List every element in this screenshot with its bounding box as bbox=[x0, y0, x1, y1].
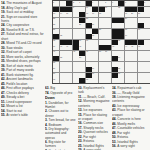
clue-number: 23. bbox=[78, 139, 83, 143]
grid-cell[interactable]: 27 bbox=[92, 23, 98, 28]
grid-cell[interactable] bbox=[125, 67, 131, 72]
grid-cell[interactable] bbox=[138, 62, 144, 67]
black-cell bbox=[66, 7, 72, 12]
clue-number: 27. bbox=[1, 32, 6, 36]
grid-cell[interactable]: 49 bbox=[86, 51, 92, 56]
grid-cell[interactable]: 24 bbox=[125, 18, 131, 23]
grid-cell[interactable] bbox=[144, 56, 150, 61]
down-clues-column-2: 10. Replacement's task11. — Beach, Calif… bbox=[78, 86, 110, 150]
grid-cell[interactable] bbox=[131, 18, 137, 23]
clue-number: 14. bbox=[1, 1, 6, 5]
grid-cell[interactable] bbox=[99, 67, 105, 72]
grid-cell[interactable] bbox=[112, 7, 118, 12]
clue-number: 53. bbox=[112, 139, 117, 143]
grid-cell[interactable] bbox=[105, 73, 111, 78]
grid-cell[interactable] bbox=[144, 73, 150, 78]
grid-cell[interactable]: 21 bbox=[138, 12, 144, 17]
clue-number: 5. bbox=[45, 127, 49, 131]
grid-cell[interactable]: 35 bbox=[53, 40, 59, 45]
cell-number: 60 bbox=[92, 72, 94, 74]
grid-cell[interactable] bbox=[73, 62, 79, 67]
grid-cell[interactable] bbox=[144, 40, 150, 45]
grid-cell[interactable] bbox=[66, 56, 72, 61]
clue-number: 47. bbox=[1, 90, 6, 94]
cell-number: 32 bbox=[60, 34, 62, 36]
grid-cell[interactable] bbox=[66, 73, 72, 78]
clue-number: 36. bbox=[112, 91, 117, 95]
grid-cell[interactable] bbox=[92, 45, 98, 50]
grid-cell[interactable] bbox=[99, 56, 105, 61]
cell-number: 49 bbox=[86, 50, 88, 52]
grid-cell[interactable] bbox=[144, 7, 150, 12]
grid-cell[interactable] bbox=[105, 29, 111, 34]
cell-number: 36 bbox=[79, 39, 81, 41]
grid-cell[interactable] bbox=[66, 78, 72, 83]
grid-cell[interactable] bbox=[60, 1, 66, 6]
cell-number: 7 bbox=[125, 1, 126, 3]
clue-number: 52. bbox=[1, 104, 6, 108]
grid-cell[interactable] bbox=[138, 78, 144, 83]
black-cell bbox=[112, 73, 118, 78]
grid-cell[interactable]: 38 bbox=[118, 40, 124, 45]
grid-cell[interactable] bbox=[112, 62, 118, 67]
grid-cell[interactable]: 43 bbox=[112, 45, 118, 50]
grid-cell[interactable]: 54 bbox=[118, 56, 124, 61]
cell-number: 27 bbox=[92, 23, 94, 25]
cell-number: 51 bbox=[105, 50, 107, 52]
clue-number: 40. bbox=[112, 104, 117, 108]
black-cell bbox=[79, 78, 85, 83]
grid-cell[interactable] bbox=[99, 1, 105, 6]
grid-cell[interactable] bbox=[144, 45, 150, 50]
grid-cell[interactable] bbox=[86, 56, 92, 61]
black-cell bbox=[112, 18, 118, 23]
grid-cell[interactable] bbox=[118, 23, 124, 28]
grid-cell[interactable]: 29 bbox=[99, 29, 105, 34]
black-cell bbox=[138, 40, 144, 45]
clue-number: 38. bbox=[112, 95, 117, 99]
clue: 28. Mixed TV-and-CD record bbox=[1, 41, 44, 45]
clue-number: 24. bbox=[1, 23, 6, 27]
grid-cell[interactable] bbox=[144, 51, 150, 56]
grid-cell[interactable]: 42 bbox=[79, 45, 85, 50]
cell-number: 16 bbox=[86, 12, 88, 14]
clue-number: 15. bbox=[78, 112, 83, 116]
cell-number: 44 bbox=[125, 45, 127, 47]
cell-number: 9 bbox=[73, 6, 74, 8]
grid-cell[interactable] bbox=[92, 40, 98, 45]
grid-cell[interactable] bbox=[73, 78, 79, 83]
crossword-page: 1234567891011121314151617181920212223242… bbox=[0, 0, 150, 150]
grid-cell[interactable] bbox=[105, 67, 111, 72]
grid-cell[interactable]: 7 bbox=[125, 1, 131, 6]
black-cell bbox=[66, 1, 72, 6]
clue-number: 30. bbox=[1, 45, 6, 49]
grid-cell[interactable]: 15 bbox=[66, 12, 72, 17]
grid-cell[interactable] bbox=[131, 78, 137, 83]
clue: 1. Dandelion, for Hamlet bbox=[45, 100, 76, 108]
grid-cell[interactable] bbox=[144, 62, 150, 67]
grid-cell[interactable] bbox=[138, 67, 144, 72]
grid-cell[interactable]: 62 bbox=[53, 78, 59, 83]
grid-cell[interactable] bbox=[144, 67, 150, 72]
cell-number: 55 bbox=[53, 61, 55, 63]
grid-cell[interactable] bbox=[73, 29, 79, 34]
across-tail-and-down-column: 63. Big74. Opposite of proDown1. Dandeli… bbox=[45, 86, 76, 150]
grid-cell[interactable] bbox=[125, 51, 131, 56]
cell-number: 12 bbox=[118, 6, 120, 8]
clue: 47. Countable vehicles bbox=[112, 126, 149, 130]
grid-cell[interactable] bbox=[131, 29, 137, 34]
cell-number: 62 bbox=[53, 78, 55, 80]
cell-number: 57 bbox=[92, 67, 94, 69]
down-clues-start-list: 63. Big74. Opposite of proDown1. Dandeli… bbox=[45, 86, 76, 150]
grid-cell[interactable] bbox=[144, 18, 150, 23]
clue-number: 7. bbox=[45, 148, 49, 150]
grid-cell[interactable] bbox=[144, 12, 150, 17]
grid-cell[interactable] bbox=[131, 51, 137, 56]
clue-number: 10. bbox=[78, 86, 83, 90]
black-cell bbox=[131, 40, 137, 45]
clue-number: 74. bbox=[45, 91, 50, 95]
grid-cell[interactable] bbox=[60, 23, 66, 28]
grid-cell[interactable]: 48 bbox=[73, 51, 79, 56]
grid-cell[interactable]: 50 bbox=[99, 51, 105, 56]
grid-cell[interactable]: 31 bbox=[138, 29, 144, 34]
black-cell bbox=[92, 7, 98, 12]
clue-number: 54. bbox=[1, 108, 6, 112]
clue: 29. A sorry sight bbox=[78, 148, 110, 150]
clue: 21. Sign on vacated store fronts bbox=[1, 15, 44, 23]
clue-number: 51. bbox=[1, 99, 6, 103]
clue-number: 29. bbox=[78, 148, 83, 150]
grid-cell[interactable] bbox=[99, 78, 105, 83]
cell-number: 14 bbox=[60, 12, 62, 14]
clue-number: 43. bbox=[112, 108, 117, 112]
grid-cell[interactable] bbox=[79, 7, 85, 12]
grid-cell[interactable] bbox=[60, 67, 66, 72]
grid-cell[interactable] bbox=[118, 45, 124, 50]
cell-number: 39 bbox=[53, 45, 55, 47]
grid-cell[interactable] bbox=[86, 29, 92, 34]
grid-cell[interactable] bbox=[79, 29, 85, 34]
grid-cell[interactable]: 4 bbox=[92, 1, 98, 6]
grid-cell[interactable] bbox=[99, 73, 105, 78]
grid-cell[interactable] bbox=[131, 1, 137, 6]
grid-cell[interactable] bbox=[79, 62, 85, 67]
grid-cell[interactable] bbox=[105, 12, 111, 17]
clue-number: 25. bbox=[78, 144, 83, 148]
clue-number: 49. bbox=[1, 95, 6, 99]
grid-cell[interactable] bbox=[79, 73, 85, 78]
grid-cell[interactable] bbox=[73, 12, 79, 17]
clue-number: 4. bbox=[45, 122, 49, 126]
grid-cell[interactable] bbox=[92, 18, 98, 23]
clue: 5. Dry biography: automated and operas bbox=[45, 127, 76, 140]
grid-cell[interactable]: 32 bbox=[60, 34, 66, 39]
grid-cell[interactable]: 61 bbox=[118, 73, 124, 78]
grid-cell[interactable] bbox=[138, 73, 144, 78]
grid-cell[interactable] bbox=[60, 29, 66, 34]
cell-number: 52 bbox=[60, 56, 62, 58]
cell-number: 53 bbox=[79, 56, 81, 58]
grid-cell[interactable] bbox=[60, 51, 66, 56]
grid-cell[interactable] bbox=[60, 78, 66, 83]
grid-cell[interactable]: 12 bbox=[118, 7, 124, 12]
grid-cell[interactable]: 60 bbox=[92, 73, 98, 78]
grid-cell[interactable] bbox=[105, 23, 111, 28]
cell-number: 17 bbox=[92, 12, 94, 14]
grid-cell[interactable] bbox=[66, 62, 72, 67]
grid-cell[interactable]: 9 bbox=[73, 7, 79, 12]
clue-number: 45. bbox=[1, 81, 6, 85]
grid-cell[interactable]: 23 bbox=[86, 18, 92, 23]
grid-cell[interactable] bbox=[105, 34, 111, 39]
grid-cell[interactable] bbox=[73, 56, 79, 61]
grid-cell[interactable]: 26 bbox=[79, 23, 85, 28]
grid-cell[interactable] bbox=[112, 23, 118, 28]
black-cell bbox=[86, 23, 92, 28]
cell-number: 10 bbox=[86, 6, 88, 8]
grid-cell[interactable] bbox=[86, 62, 92, 67]
grid-cell[interactable] bbox=[138, 34, 144, 39]
grid-cell[interactable] bbox=[105, 18, 111, 23]
grid-cell[interactable] bbox=[79, 67, 85, 72]
grid-cell[interactable] bbox=[60, 18, 66, 23]
grid-cell[interactable] bbox=[125, 62, 131, 67]
grid-cell[interactable] bbox=[144, 29, 150, 34]
cell-number: 41 bbox=[66, 45, 68, 47]
grid-cell[interactable]: 41 bbox=[66, 45, 72, 50]
grid-cell[interactable]: 28 bbox=[53, 29, 59, 34]
clue-number: 50. bbox=[112, 135, 117, 139]
clue-number: 2. bbox=[45, 109, 49, 113]
grid-cell[interactable] bbox=[105, 62, 111, 67]
clue-number: 46. bbox=[112, 121, 117, 125]
down-clues-end-list: 34. Repairman's cab36. —, Ready Gold38. … bbox=[112, 86, 149, 148]
across-clues-list: 14. The mountains of August18. Alley Oop… bbox=[1, 1, 44, 117]
black-cell bbox=[60, 40, 66, 45]
grid-cell[interactable]: 11 bbox=[105, 7, 111, 12]
cell-number: 33 bbox=[92, 34, 94, 36]
grid-cell[interactable] bbox=[131, 67, 137, 72]
black-cell bbox=[138, 7, 144, 12]
black-cell bbox=[125, 7, 131, 12]
clue: 43. Place for skating or croquet bbox=[112, 108, 149, 116]
grid-cell[interactable]: 6 bbox=[112, 1, 118, 6]
clue: 10. Replacement's task bbox=[78, 86, 110, 94]
grid-cell[interactable]: 59 bbox=[53, 73, 59, 78]
clue-number: 46. bbox=[1, 86, 6, 90]
black-cell bbox=[125, 40, 131, 45]
grid-cell[interactable]: 18 bbox=[99, 12, 105, 17]
grid-cell[interactable]: 8 bbox=[144, 1, 150, 6]
clue: 6. Big state for farmers bbox=[45, 140, 76, 148]
grid-cell[interactable] bbox=[92, 78, 98, 83]
grid-cell[interactable] bbox=[105, 56, 111, 61]
grid-cell[interactable] bbox=[125, 73, 131, 78]
black-cell bbox=[131, 7, 137, 12]
grid-cell[interactable] bbox=[99, 34, 105, 39]
grid-cell[interactable] bbox=[66, 23, 72, 28]
black-cell bbox=[112, 29, 118, 34]
grid-cell[interactable]: 53 bbox=[79, 56, 85, 61]
grid-cell[interactable] bbox=[73, 67, 79, 72]
black-cell bbox=[118, 18, 124, 23]
clue-number: 21. bbox=[1, 15, 6, 19]
grid-cell[interactable]: 22 bbox=[53, 18, 59, 23]
down-clues-mid-list: 10. Replacement's task11. — Beach, Calif… bbox=[78, 86, 110, 150]
clue-number: 11. bbox=[78, 95, 83, 99]
clue-number: 55. bbox=[1, 113, 6, 117]
grid-cell[interactable] bbox=[73, 34, 79, 39]
grid-cell[interactable] bbox=[112, 78, 118, 83]
cell-number: 15 bbox=[66, 12, 68, 14]
grid-cell[interactable] bbox=[66, 67, 72, 72]
clue: 3. Torn bread, for one bbox=[45, 118, 76, 122]
grid-cell[interactable] bbox=[125, 56, 131, 61]
grid-cell[interactable] bbox=[118, 62, 124, 67]
clue-number: 19. bbox=[1, 10, 6, 14]
clue: 56. A sorry sight bbox=[112, 144, 149, 148]
grid-cell[interactable]: 47 bbox=[53, 51, 59, 56]
grid-cell[interactable] bbox=[131, 73, 137, 78]
cell-number: 19 bbox=[125, 12, 127, 14]
grid-cell[interactable] bbox=[105, 78, 111, 83]
grid-cell[interactable] bbox=[99, 40, 105, 45]
clue-number: 20. bbox=[78, 130, 83, 134]
grid-cell[interactable] bbox=[112, 12, 118, 17]
grid-cell[interactable] bbox=[144, 23, 150, 28]
grid-cell[interactable] bbox=[112, 51, 118, 56]
grid-cell[interactable] bbox=[92, 56, 98, 61]
clue-number: 34. bbox=[112, 86, 117, 90]
grid-cell[interactable] bbox=[125, 78, 131, 83]
cell-number: 28 bbox=[53, 28, 55, 30]
black-cell bbox=[53, 7, 59, 12]
grid-cell[interactable]: 52 bbox=[60, 56, 66, 61]
grid-cell[interactable] bbox=[60, 62, 66, 67]
black-cell bbox=[118, 29, 124, 34]
grid-cell[interactable]: 46 bbox=[138, 45, 144, 50]
grid-cell[interactable] bbox=[73, 18, 79, 23]
grid-cell[interactable]: 30 bbox=[125, 29, 131, 34]
black-cell bbox=[79, 12, 85, 17]
grid-cell[interactable] bbox=[60, 73, 66, 78]
cell-number: 56 bbox=[53, 67, 55, 69]
black-cell bbox=[79, 18, 85, 23]
grid-cell[interactable]: 37 bbox=[86, 40, 92, 45]
clue: 7. Cambridge's "newest away" bbox=[45, 148, 76, 150]
clue-number: 26. bbox=[1, 28, 6, 32]
grid-cell[interactable] bbox=[138, 51, 144, 56]
grid-cell[interactable] bbox=[118, 12, 124, 17]
grid-cell[interactable] bbox=[99, 18, 105, 23]
grid-cell[interactable] bbox=[73, 73, 79, 78]
black-cell bbox=[112, 67, 118, 72]
cell-number: 58 bbox=[118, 67, 120, 69]
clue-number: 17. bbox=[78, 126, 83, 130]
grid-cell[interactable]: 3 bbox=[79, 1, 85, 6]
clue: 12. Morning magazine contents bbox=[78, 99, 110, 107]
clue-number: 36. bbox=[1, 63, 6, 67]
grid-cell[interactable]: 51 bbox=[105, 51, 111, 56]
grid-cell[interactable] bbox=[144, 34, 150, 39]
grid-cell[interactable] bbox=[131, 56, 137, 61]
grid-cell[interactable]: 1 bbox=[53, 1, 59, 6]
grid-cell[interactable] bbox=[118, 51, 124, 56]
clue: 55. At sister's table bbox=[1, 113, 44, 117]
cell-number: 3 bbox=[79, 1, 80, 3]
black-cell bbox=[60, 7, 66, 12]
cell-number: 37 bbox=[86, 39, 88, 41]
clue-number: 35. bbox=[1, 59, 6, 63]
black-cell bbox=[86, 67, 92, 72]
cell-number: 5 bbox=[105, 1, 106, 3]
grid-cell[interactable]: 33 bbox=[92, 34, 98, 39]
grid-cell[interactable] bbox=[131, 34, 137, 39]
cell-number: 23 bbox=[86, 17, 88, 19]
grid-cell[interactable]: 55 bbox=[53, 62, 59, 67]
cell-number: 30 bbox=[125, 28, 127, 30]
grid-cell[interactable] bbox=[66, 34, 72, 39]
clue-number: 33. bbox=[1, 54, 6, 58]
grid-cell[interactable] bbox=[144, 78, 150, 83]
clue-number: 12. bbox=[78, 99, 83, 103]
black-cell bbox=[112, 40, 118, 45]
black-cell bbox=[86, 73, 92, 78]
grid-cell[interactable]: 44 bbox=[125, 45, 131, 50]
grid-cell[interactable]: 14 bbox=[60, 12, 66, 17]
black-cell bbox=[99, 7, 105, 12]
grid-cell[interactable] bbox=[92, 62, 98, 67]
grid-cell[interactable]: 17 bbox=[92, 12, 98, 17]
down-clues-column-3: 34. Repairman's cab36. —, Ready Gold38. … bbox=[112, 86, 149, 150]
grid-cell[interactable]: 10 bbox=[86, 7, 92, 12]
grid-cell[interactable] bbox=[105, 40, 111, 45]
clue-number: 18. bbox=[1, 6, 6, 10]
cell-number: 40 bbox=[60, 45, 62, 47]
across-clues-column: 14. The mountains of August18. Alley Oop… bbox=[1, 1, 44, 149]
grid-cell[interactable] bbox=[73, 23, 79, 28]
cell-number: 59 bbox=[53, 72, 55, 74]
grid-cell[interactable]: 36 bbox=[79, 40, 85, 45]
cell-number: 18 bbox=[99, 12, 101, 14]
grid-cell[interactable]: 20 bbox=[131, 12, 137, 17]
black-cell bbox=[112, 56, 118, 61]
cell-number: 20 bbox=[131, 12, 133, 14]
grid-cell[interactable]: 40 bbox=[60, 45, 66, 50]
grid-cell[interactable] bbox=[131, 23, 137, 28]
grid-cell[interactable] bbox=[99, 62, 105, 67]
grid-cell[interactable]: 45 bbox=[131, 45, 137, 50]
grid-cell[interactable] bbox=[118, 78, 124, 83]
grid-cell[interactable] bbox=[92, 51, 98, 56]
grid-cell[interactable]: 63 bbox=[86, 78, 92, 83]
crossword-grid[interactable]: 1234567891011121314151617181920212223242… bbox=[52, 0, 150, 84]
grid-cell[interactable] bbox=[66, 18, 72, 23]
grid-cell[interactable] bbox=[66, 51, 72, 56]
grid-cell[interactable] bbox=[66, 29, 72, 34]
grid-cell[interactable] bbox=[131, 62, 137, 67]
cell-number: 1 bbox=[53, 1, 54, 3]
grid-cell[interactable] bbox=[138, 56, 144, 61]
grid-cell[interactable]: 34 bbox=[125, 34, 131, 39]
cell-number: 47 bbox=[53, 50, 55, 52]
black-cell bbox=[92, 29, 98, 34]
grid-cell[interactable] bbox=[138, 18, 144, 23]
cell-number: 46 bbox=[138, 45, 140, 47]
